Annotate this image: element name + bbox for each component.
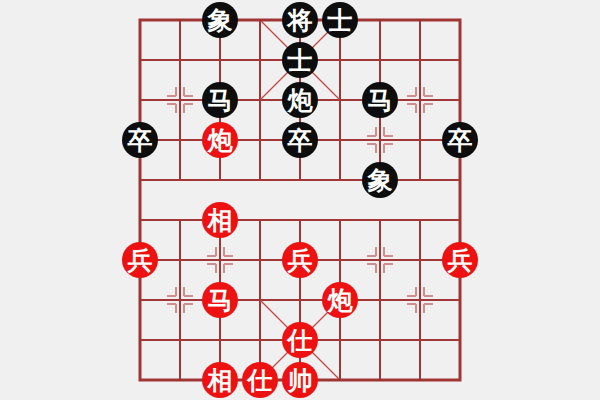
piece-black-advisor[interactable]: 士 [282,42,318,78]
piece-red-soldier[interactable]: 兵 [442,242,478,278]
piece-red-cannon[interactable]: 炮 [322,282,358,318]
piece-red-advisor[interactable]: 仕 [282,322,318,358]
piece-black-elephant[interactable]: 象 [362,162,398,198]
piece-black-soldier[interactable]: 卒 [122,122,158,158]
piece-black-soldier[interactable]: 卒 [282,122,318,158]
piece-red-general[interactable]: 帅 [282,362,318,398]
piece-black-advisor[interactable]: 士 [322,2,358,38]
piece-red-soldier[interactable]: 兵 [122,242,158,278]
piece-black-cannon[interactable]: 炮 [282,82,318,118]
piece-red-elephant[interactable]: 相 [202,362,238,398]
piece-red-advisor[interactable]: 仕 [242,362,278,398]
piece-black-horse[interactable]: 马 [202,82,238,118]
xiangqi-app: 象将士士马炮马卒卒卒象炮相兵兵兵马炮仕相仕帅 [0,0,600,400]
piece-black-elephant[interactable]: 象 [202,2,238,38]
piece-red-horse[interactable]: 马 [202,282,238,318]
piece-black-horse[interactable]: 马 [362,82,398,118]
pieces-layer: 象将士士马炮马卒卒卒象炮相兵兵兵马炮仕相仕帅 [0,0,600,400]
piece-red-soldier[interactable]: 兵 [282,242,318,278]
piece-red-elephant[interactable]: 相 [202,202,238,238]
piece-black-soldier[interactable]: 卒 [442,122,478,158]
piece-black-general[interactable]: 将 [282,2,318,38]
piece-red-cannon[interactable]: 炮 [202,122,238,158]
